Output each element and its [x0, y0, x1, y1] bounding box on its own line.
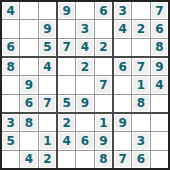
sudoku-box-7: 385142 — [2, 114, 56, 168]
cell-r9c4-empty[interactable] — [58, 151, 75, 168]
cell-r6c2-given-digit: 6 — [20, 95, 37, 112]
cell-r8c5-given-digit: 6 — [76, 132, 93, 149]
sudoku-box-8: 214698 — [58, 114, 112, 168]
cell-r1c3-empty[interactable] — [39, 2, 56, 19]
cell-r9c7-given-digit: 7 — [114, 151, 131, 168]
cell-r4c5-given-digit: 2 — [76, 58, 93, 75]
cell-r5c4-empty[interactable] — [58, 76, 75, 93]
cell-r8c9-empty[interactable] — [151, 132, 168, 149]
cell-r6c9-empty[interactable] — [151, 95, 168, 112]
cell-r3c7-empty[interactable] — [114, 39, 131, 56]
cell-r3c5-given-digit: 4 — [76, 39, 93, 56]
cell-r1c6-given-digit: 6 — [95, 2, 112, 19]
sudoku-box-9: 9376 — [114, 114, 168, 168]
cell-r1c4-given-digit: 9 — [58, 2, 75, 19]
cell-r5c5-empty[interactable] — [76, 76, 93, 93]
sudoku-box-3: 374268 — [114, 2, 168, 56]
cell-r6c7-empty[interactable] — [114, 95, 131, 112]
cell-r8c2-empty[interactable] — [20, 132, 37, 149]
cell-r6c4-given-digit: 5 — [58, 95, 75, 112]
cell-r6c5-given-digit: 9 — [76, 95, 93, 112]
cell-r4c7-given-digit: 6 — [114, 58, 131, 75]
cell-r8c7-empty[interactable] — [114, 132, 131, 149]
sudoku-box-4: 84967 — [2, 58, 56, 112]
cell-r4c9-given-digit: 9 — [151, 58, 168, 75]
cell-r6c3-given-digit: 7 — [39, 95, 56, 112]
cell-r8c6-given-digit: 9 — [95, 132, 112, 149]
sudoku-box-1: 4965 — [2, 2, 56, 56]
cell-r3c9-given-digit: 8 — [151, 39, 168, 56]
cell-r2c8-given-digit: 2 — [132, 20, 149, 37]
cell-r1c8-empty[interactable] — [132, 2, 149, 19]
cell-r8c1-given-digit: 5 — [2, 132, 19, 149]
cell-r1c2-empty[interactable] — [20, 2, 37, 19]
cell-r1c9-given-digit: 7 — [151, 2, 168, 19]
cell-r7c7-given-digit: 9 — [114, 114, 131, 131]
cell-r1c5-empty[interactable] — [76, 2, 93, 19]
cell-r5c6-given-digit: 7 — [95, 76, 112, 93]
cell-r4c4-empty[interactable] — [58, 58, 75, 75]
cell-r6c6-empty[interactable] — [95, 95, 112, 112]
cell-r2c3-given-digit: 9 — [39, 20, 56, 37]
cell-r9c8-given-digit: 6 — [132, 151, 149, 168]
cell-r4c6-empty[interactable] — [95, 58, 112, 75]
cell-r3c2-empty[interactable] — [20, 39, 37, 56]
cell-r9c3-given-digit: 2 — [39, 151, 56, 168]
cell-r5c2-given-digit: 9 — [20, 76, 37, 93]
cell-r2c9-given-digit: 6 — [151, 20, 168, 37]
cell-r3c6-given-digit: 2 — [95, 39, 112, 56]
cell-r2c4-empty[interactable] — [58, 20, 75, 37]
cell-r4c1-given-digit: 8 — [2, 58, 19, 75]
cell-r7c6-given-digit: 1 — [95, 114, 112, 131]
cell-r5c8-given-digit: 1 — [132, 76, 149, 93]
cell-r5c7-empty[interactable] — [114, 76, 131, 93]
cell-r7c1-given-digit: 3 — [2, 114, 19, 131]
cell-r2c5-given-digit: 3 — [76, 20, 93, 37]
sudoku-box-5: 2759 — [58, 58, 112, 112]
cell-r6c8-given-digit: 8 — [132, 95, 149, 112]
cell-r9c1-empty[interactable] — [2, 151, 19, 168]
cell-r3c8-empty[interactable] — [132, 39, 149, 56]
cell-r8c4-given-digit: 4 — [58, 132, 75, 149]
cell-r7c2-given-digit: 8 — [20, 114, 37, 131]
cell-r4c8-given-digit: 7 — [132, 58, 149, 75]
cell-r1c7-given-digit: 3 — [114, 2, 131, 19]
cell-r1c1-given-digit: 4 — [2, 2, 19, 19]
cell-r7c8-empty[interactable] — [132, 114, 149, 131]
cell-r7c3-empty[interactable] — [39, 114, 56, 131]
cell-r7c5-empty[interactable] — [76, 114, 93, 131]
cell-r6c1-empty[interactable] — [2, 95, 19, 112]
cell-r3c3-given-digit: 5 — [39, 39, 56, 56]
cell-r7c9-empty[interactable] — [151, 114, 168, 131]
cell-r4c2-empty[interactable] — [20, 58, 37, 75]
cell-r2c2-empty[interactable] — [20, 20, 37, 37]
cell-r8c8-given-digit: 3 — [132, 132, 149, 149]
cell-r9c5-empty[interactable] — [76, 151, 93, 168]
sudoku-box-6: 679148 — [114, 58, 168, 112]
cell-r3c4-given-digit: 7 — [58, 39, 75, 56]
cell-r2c6-empty[interactable] — [95, 20, 112, 37]
cell-r8c3-given-digit: 1 — [39, 132, 56, 149]
cell-r5c1-empty[interactable] — [2, 76, 19, 93]
cell-r5c3-empty[interactable] — [39, 76, 56, 93]
cell-r9c2-given-digit: 4 — [20, 151, 37, 168]
cell-r7c4-given-digit: 2 — [58, 114, 75, 131]
cell-r9c6-given-digit: 8 — [95, 151, 112, 168]
cell-r2c7-given-digit: 4 — [114, 20, 131, 37]
cell-r5c9-given-digit: 4 — [151, 76, 168, 93]
sudoku-board: 4965963742374268849672759679148385142214… — [0, 0, 170, 170]
cell-r4c3-given-digit: 4 — [39, 58, 56, 75]
cell-r3c1-given-digit: 6 — [2, 39, 19, 56]
cell-r9c9-empty[interactable] — [151, 151, 168, 168]
sudoku-box-2: 963742 — [58, 2, 112, 56]
cell-r2c1-empty[interactable] — [2, 20, 19, 37]
